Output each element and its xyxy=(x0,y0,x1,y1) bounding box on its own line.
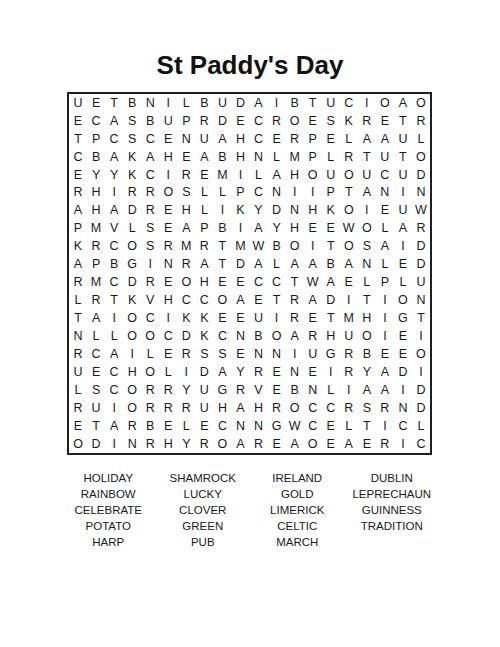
grid-cell-r10c18[interactable]: L xyxy=(376,256,394,274)
grid-cell-r14c13[interactable]: A xyxy=(286,327,304,345)
grid-cell-r14c5[interactable]: O xyxy=(141,327,159,345)
grid-cell-r13c15[interactable]: T xyxy=(322,309,340,327)
grid-cell-r17c5[interactable]: R xyxy=(141,381,159,399)
grid-cell-r10c16[interactable]: A xyxy=(340,256,358,274)
grid-cell-r6c14[interactable]: I xyxy=(304,184,322,202)
grid-cell-r7c16[interactable]: O xyxy=(340,202,358,220)
grid-cell-r11c9[interactable]: E xyxy=(213,274,231,292)
grid-cell-r4c11[interactable]: N xyxy=(249,148,267,166)
grid-cell-r11c7[interactable]: O xyxy=(177,274,195,292)
grid-cell-r11c2[interactable]: M xyxy=(87,274,105,292)
grid-cell-r5c12[interactable]: A xyxy=(268,166,286,184)
grid-cell-r6c1[interactable]: R xyxy=(69,184,87,202)
grid-cell-r9c11[interactable]: W xyxy=(249,238,267,256)
grid-cell-r1c7[interactable]: L xyxy=(177,94,195,112)
grid-cell-r2c13[interactable]: O xyxy=(286,112,304,130)
grid-cell-r6c8[interactable]: L xyxy=(195,184,213,202)
grid-cell-r11c12[interactable]: C xyxy=(268,274,286,292)
grid-cell-r5c3[interactable]: Y xyxy=(105,166,123,184)
grid-cell-r6c9[interactable]: L xyxy=(213,184,231,202)
grid-cell-r12c20[interactable]: N xyxy=(412,291,430,309)
grid-cell-r5c7[interactable]: R xyxy=(177,166,195,184)
grid-cell-r7c3[interactable]: A xyxy=(105,202,123,220)
grid-cell-r10c15[interactable]: B xyxy=(322,256,340,274)
grid-cell-r9c18[interactable]: A xyxy=(376,238,394,256)
grid-cell-r6c3[interactable]: I xyxy=(105,184,123,202)
grid-cell-r12c10[interactable]: A xyxy=(231,291,249,309)
grid-cell-r13c18[interactable]: I xyxy=(376,309,394,327)
grid-cell-r17c10[interactable]: R xyxy=(231,381,249,399)
grid-cell-r8c1[interactable]: P xyxy=(69,220,87,238)
grid-cell-r8c11[interactable]: A xyxy=(249,220,267,238)
grid-cell-r17c13[interactable]: B xyxy=(286,381,304,399)
grid-cell-r1c1[interactable]: U xyxy=(69,94,87,112)
grid-cell-r9c7[interactable]: M xyxy=(177,238,195,256)
grid-cell-r12c9[interactable]: O xyxy=(213,291,231,309)
grid-cell-r16c15[interactable]: I xyxy=(322,363,340,381)
grid-cell-r14c11[interactable]: B xyxy=(249,327,267,345)
grid-cell-r17c7[interactable]: Y xyxy=(177,381,195,399)
grid-cell-r16c2[interactable]: E xyxy=(87,363,105,381)
grid-cell-r20c11[interactable]: R xyxy=(249,435,267,453)
grid-cell-r4c9[interactable]: B xyxy=(213,148,231,166)
grid-cell-r19c9[interactable]: C xyxy=(213,417,231,435)
grid-cell-r15c19[interactable]: E xyxy=(394,345,412,363)
grid-cell-r6c15[interactable]: P xyxy=(322,184,340,202)
grid-cell-r8c12[interactable]: Y xyxy=(268,220,286,238)
grid-cell-r1c18[interactable]: O xyxy=(376,94,394,112)
grid-cell-r2c19[interactable]: T xyxy=(394,112,412,130)
grid-cell-r5c13[interactable]: H xyxy=(286,166,304,184)
grid-cell-r4c17[interactable]: T xyxy=(358,148,376,166)
grid-cell-r6c20[interactable]: N xyxy=(412,184,430,202)
grid-cell-r7c15[interactable]: K xyxy=(322,202,340,220)
grid-cell-r5c9[interactable]: M xyxy=(213,166,231,184)
grid-cell-r12c16[interactable]: I xyxy=(340,291,358,309)
grid-cell-r10c10[interactable]: D xyxy=(231,256,249,274)
grid-cell-r15c20[interactable]: O xyxy=(412,345,430,363)
grid-cell-r11c16[interactable]: E xyxy=(340,274,358,292)
grid-cell-r3c5[interactable]: C xyxy=(141,130,159,148)
grid-cell-r5c14[interactable]: O xyxy=(304,166,322,184)
grid-cell-r18c20[interactable]: D xyxy=(412,399,430,417)
grid-cell-r5c4[interactable]: K xyxy=(123,166,141,184)
grid-cell-r9c10[interactable]: M xyxy=(231,238,249,256)
grid-cell-r18c16[interactable]: R xyxy=(340,399,358,417)
grid-cell-r1c5[interactable]: N xyxy=(141,94,159,112)
grid-cell-r4c8[interactable]: A xyxy=(195,148,213,166)
grid-cell-r7c17[interactable]: I xyxy=(358,202,376,220)
grid-cell-r4c14[interactable]: P xyxy=(304,148,322,166)
grid-cell-r19c14[interactable]: C xyxy=(304,417,322,435)
grid-cell-r3c20[interactable]: L xyxy=(412,130,430,148)
grid-cell-r6c5[interactable]: R xyxy=(141,184,159,202)
grid-cell-r16c14[interactable]: E xyxy=(304,363,322,381)
grid-cell-r20c20[interactable]: C xyxy=(412,435,430,453)
grid-cell-r11c6[interactable]: E xyxy=(159,274,177,292)
grid-cell-r3c2[interactable]: P xyxy=(87,130,105,148)
grid-cell-r14c12[interactable]: O xyxy=(268,327,286,345)
grid-cell-r9c9[interactable]: T xyxy=(213,238,231,256)
grid-cell-r11c8[interactable]: H xyxy=(195,274,213,292)
grid-cell-r15c14[interactable]: U xyxy=(304,345,322,363)
grid-cell-r14c16[interactable]: U xyxy=(340,327,358,345)
grid-cell-r4c3[interactable]: A xyxy=(105,148,123,166)
grid-cell-r20c7[interactable]: Y xyxy=(177,435,195,453)
grid-cell-r20c2[interactable]: D xyxy=(87,435,105,453)
grid-cell-r19c19[interactable]: C xyxy=(394,417,412,435)
grid-cell-r8c18[interactable]: L xyxy=(376,220,394,238)
grid-cell-r8c3[interactable]: V xyxy=(105,220,123,238)
grid-cell-r17c12[interactable]: E xyxy=(268,381,286,399)
grid-cell-r19c3[interactable]: A xyxy=(105,417,123,435)
grid-cell-r6c2[interactable]: H xyxy=(87,184,105,202)
grid-cell-r2c11[interactable]: C xyxy=(249,112,267,130)
grid-cell-r7c10[interactable]: K xyxy=(231,202,249,220)
grid-cell-r17c16[interactable]: I xyxy=(340,381,358,399)
grid-cell-r8c16[interactable]: W xyxy=(340,220,358,238)
grid-cell-r20c16[interactable]: A xyxy=(340,435,358,453)
grid-cell-r13c16[interactable]: M xyxy=(340,309,358,327)
grid-cell-r2c1[interactable]: E xyxy=(69,112,87,130)
grid-cell-r5c5[interactable]: C xyxy=(141,166,159,184)
grid-cell-r20c14[interactable]: O xyxy=(304,435,322,453)
grid-cell-r16c19[interactable]: D xyxy=(394,363,412,381)
grid-cell-r16c17[interactable]: Y xyxy=(358,363,376,381)
grid-cell-r8c15[interactable]: E xyxy=(322,220,340,238)
grid-cell-r20c19[interactable]: I xyxy=(394,435,412,453)
grid-cell-r14c19[interactable]: E xyxy=(394,327,412,345)
grid-cell-r10c7[interactable]: R xyxy=(177,256,195,274)
grid-cell-r20c9[interactable]: O xyxy=(213,435,231,453)
grid-cell-r3c4[interactable]: S xyxy=(123,130,141,148)
grid-cell-r14c15[interactable]: H xyxy=(322,327,340,345)
grid-cell-r2c17[interactable]: R xyxy=(358,112,376,130)
grid-cell-r9c15[interactable]: T xyxy=(322,238,340,256)
grid-cell-r10c11[interactable]: A xyxy=(249,256,267,274)
grid-cell-r5c18[interactable]: C xyxy=(376,166,394,184)
grid-cell-r7c4[interactable]: D xyxy=(123,202,141,220)
grid-cell-r8c13[interactable]: H xyxy=(286,220,304,238)
grid-cell-r18c17[interactable]: S xyxy=(358,399,376,417)
grid-cell-r14c17[interactable]: O xyxy=(358,327,376,345)
grid-cell-r17c18[interactable]: A xyxy=(376,381,394,399)
grid-cell-r11c11[interactable]: C xyxy=(249,274,267,292)
grid-cell-r12c11[interactable]: E xyxy=(249,291,267,309)
grid-cell-r17c4[interactable]: O xyxy=(123,381,141,399)
grid-cell-r15c11[interactable]: N xyxy=(249,345,267,363)
grid-cell-r13c10[interactable]: E xyxy=(231,309,249,327)
grid-cell-r12c8[interactable]: C xyxy=(195,291,213,309)
grid-cell-r7c9[interactable]: I xyxy=(213,202,231,220)
grid-cell-r8c20[interactable]: R xyxy=(412,220,430,238)
grid-cell-r12c1[interactable]: L xyxy=(69,291,87,309)
grid-cell-r1c3[interactable]: T xyxy=(105,94,123,112)
grid-cell-r7c20[interactable]: W xyxy=(412,202,430,220)
grid-cell-r16c13[interactable]: N xyxy=(286,363,304,381)
grid-cell-r19c8[interactable]: E xyxy=(195,417,213,435)
grid-cell-r1c6[interactable]: I xyxy=(159,94,177,112)
grid-cell-r9c17[interactable]: S xyxy=(358,238,376,256)
grid-cell-r17c6[interactable]: R xyxy=(159,381,177,399)
grid-cell-r1c8[interactable]: B xyxy=(195,94,213,112)
grid-cell-r11c20[interactable]: U xyxy=(412,274,430,292)
grid-cell-r18c7[interactable]: R xyxy=(177,399,195,417)
grid-cell-r16c4[interactable]: H xyxy=(123,363,141,381)
grid-cell-r8c7[interactable]: A xyxy=(177,220,195,238)
grid-cell-r2c2[interactable]: C xyxy=(87,112,105,130)
grid-cell-r17c8[interactable]: U xyxy=(195,381,213,399)
grid-cell-r8c5[interactable]: S xyxy=(141,220,159,238)
grid-cell-r6c10[interactable]: P xyxy=(231,184,249,202)
grid-cell-r17c19[interactable]: I xyxy=(394,381,412,399)
grid-cell-r11c5[interactable]: R xyxy=(141,274,159,292)
grid-cell-r7c14[interactable]: H xyxy=(304,202,322,220)
grid-cell-r11c15[interactable]: A xyxy=(322,274,340,292)
grid-cell-r3c12[interactable]: E xyxy=(268,130,286,148)
grid-cell-r19c5[interactable]: B xyxy=(141,417,159,435)
grid-cell-r17c11[interactable]: V xyxy=(249,381,267,399)
grid-cell-r13c11[interactable]: U xyxy=(249,309,267,327)
grid-cell-r11c3[interactable]: C xyxy=(105,274,123,292)
grid-cell-r2c12[interactable]: R xyxy=(268,112,286,130)
grid-cell-r19c11[interactable]: N xyxy=(249,417,267,435)
grid-cell-r3c6[interactable]: E xyxy=(159,130,177,148)
grid-cell-r4c7[interactable]: E xyxy=(177,148,195,166)
grid-cell-r13c2[interactable]: A xyxy=(87,309,105,327)
grid-cell-r14c20[interactable]: I xyxy=(412,327,430,345)
grid-cell-r4c19[interactable]: T xyxy=(394,148,412,166)
grid-cell-r13c8[interactable]: K xyxy=(195,309,213,327)
grid-cell-r12c15[interactable]: D xyxy=(322,291,340,309)
grid-cell-r9c12[interactable]: B xyxy=(268,238,286,256)
grid-cell-r9c5[interactable]: S xyxy=(141,238,159,256)
grid-cell-r12c17[interactable]: T xyxy=(358,291,376,309)
grid-cell-r9c6[interactable]: R xyxy=(159,238,177,256)
grid-cell-r13c6[interactable]: I xyxy=(159,309,177,327)
grid-cell-r3c16[interactable]: L xyxy=(340,130,358,148)
grid-cell-r10c4[interactable]: G xyxy=(123,256,141,274)
grid-cell-r1c4[interactable]: B xyxy=(123,94,141,112)
grid-cell-r6c11[interactable]: C xyxy=(249,184,267,202)
grid-cell-r9c3[interactable]: C xyxy=(105,238,123,256)
grid-cell-r16c18[interactable]: A xyxy=(376,363,394,381)
grid-cell-r16c12[interactable]: E xyxy=(268,363,286,381)
grid-cell-r12c5[interactable]: V xyxy=(141,291,159,309)
grid-cell-r10c6[interactable]: N xyxy=(159,256,177,274)
grid-cell-r17c15[interactable]: L xyxy=(322,381,340,399)
grid-cell-r18c11[interactable]: H xyxy=(249,399,267,417)
grid-cell-r6c13[interactable]: I xyxy=(286,184,304,202)
grid-cell-r14c3[interactable]: L xyxy=(105,327,123,345)
grid-cell-r7c5[interactable]: R xyxy=(141,202,159,220)
grid-cell-r14c18[interactable]: I xyxy=(376,327,394,345)
grid-cell-r11c4[interactable]: D xyxy=(123,274,141,292)
grid-cell-r18c19[interactable]: N xyxy=(394,399,412,417)
grid-cell-r19c1[interactable]: E xyxy=(69,417,87,435)
grid-cell-r10c2[interactable]: P xyxy=(87,256,105,274)
grid-cell-r15c15[interactable]: G xyxy=(322,345,340,363)
grid-cell-r17c3[interactable]: C xyxy=(105,381,123,399)
grid-cell-r9c13[interactable]: O xyxy=(286,238,304,256)
grid-cell-r8c8[interactable]: P xyxy=(195,220,213,238)
grid-cell-r5c11[interactable]: L xyxy=(249,166,267,184)
grid-cell-r2c20[interactable]: R xyxy=(412,112,430,130)
grid-cell-r9c2[interactable]: R xyxy=(87,238,105,256)
grid-cell-r10c1[interactable]: A xyxy=(69,256,87,274)
grid-cell-r15c10[interactable]: E xyxy=(231,345,249,363)
grid-cell-r6c19[interactable]: I xyxy=(394,184,412,202)
grid-cell-r11c19[interactable]: L xyxy=(394,274,412,292)
grid-cell-r7c8[interactable]: L xyxy=(195,202,213,220)
grid-cell-r20c13[interactable]: A xyxy=(286,435,304,453)
grid-cell-r11c10[interactable]: E xyxy=(231,274,249,292)
grid-cell-r12c18[interactable]: I xyxy=(376,291,394,309)
grid-cell-r16c20[interactable]: I xyxy=(412,363,430,381)
grid-cell-r10c12[interactable]: L xyxy=(268,256,286,274)
grid-cell-r7c6[interactable]: E xyxy=(159,202,177,220)
grid-cell-r4c6[interactable]: H xyxy=(159,148,177,166)
grid-cell-r13c19[interactable]: G xyxy=(394,309,412,327)
grid-cell-r4c10[interactable]: H xyxy=(231,148,249,166)
grid-cell-r15c9[interactable]: S xyxy=(213,345,231,363)
grid-cell-r14c2[interactable]: L xyxy=(87,327,105,345)
grid-cell-r12c12[interactable]: T xyxy=(268,291,286,309)
grid-cell-r4c2[interactable]: B xyxy=(87,148,105,166)
grid-cell-r13c12[interactable]: I xyxy=(268,309,286,327)
grid-cell-r12c6[interactable]: H xyxy=(159,291,177,309)
grid-cell-r13c13[interactable]: R xyxy=(286,309,304,327)
grid-cell-r1c10[interactable]: D xyxy=(231,94,249,112)
grid-cell-r16c8[interactable]: D xyxy=(195,363,213,381)
grid-cell-r10c8[interactable]: A xyxy=(195,256,213,274)
grid-cell-r18c5[interactable]: R xyxy=(141,399,159,417)
grid-cell-r1c14[interactable]: T xyxy=(304,94,322,112)
grid-cell-r18c2[interactable]: U xyxy=(87,399,105,417)
grid-cell-r2c16[interactable]: K xyxy=(340,112,358,130)
grid-cell-r3c7[interactable]: N xyxy=(177,130,195,148)
grid-cell-r13c17[interactable]: H xyxy=(358,309,376,327)
grid-cell-r20c10[interactable]: A xyxy=(231,435,249,453)
grid-cell-r7c2[interactable]: H xyxy=(87,202,105,220)
grid-cell-r14c8[interactable]: K xyxy=(195,327,213,345)
grid-cell-r20c12[interactable]: E xyxy=(268,435,286,453)
grid-cell-r15c2[interactable]: C xyxy=(87,345,105,363)
grid-cell-r3c9[interactable]: A xyxy=(213,130,231,148)
grid-cell-r4c15[interactable]: L xyxy=(322,148,340,166)
grid-cell-r18c14[interactable]: C xyxy=(304,399,322,417)
grid-cell-r14c10[interactable]: N xyxy=(231,327,249,345)
grid-cell-r20c5[interactable]: R xyxy=(141,435,159,453)
grid-cell-r19c16[interactable]: L xyxy=(340,417,358,435)
grid-cell-r19c20[interactable]: L xyxy=(412,417,430,435)
grid-cell-r9c20[interactable]: D xyxy=(412,238,430,256)
grid-cell-r15c13[interactable]: I xyxy=(286,345,304,363)
grid-cell-r10c3[interactable]: B xyxy=(105,256,123,274)
grid-cell-r5c8[interactable]: E xyxy=(195,166,213,184)
grid-cell-r4c13[interactable]: M xyxy=(286,148,304,166)
grid-cell-r5c2[interactable]: Y xyxy=(87,166,105,184)
grid-cell-r7c11[interactable]: Y xyxy=(249,202,267,220)
grid-cell-r18c1[interactable]: R xyxy=(69,399,87,417)
grid-cell-r18c8[interactable]: U xyxy=(195,399,213,417)
grid-cell-r8c14[interactable]: E xyxy=(304,220,322,238)
grid-cell-r3c13[interactable]: R xyxy=(286,130,304,148)
grid-cell-r8c19[interactable]: A xyxy=(394,220,412,238)
grid-cell-r16c6[interactable]: L xyxy=(159,363,177,381)
grid-cell-r20c15[interactable]: E xyxy=(322,435,340,453)
grid-cell-r20c8[interactable]: R xyxy=(195,435,213,453)
grid-cell-r3c18[interactable]: A xyxy=(376,130,394,148)
grid-cell-r3c1[interactable]: T xyxy=(69,130,87,148)
grid-cell-r19c18[interactable]: I xyxy=(376,417,394,435)
grid-cell-r14c7[interactable]: D xyxy=(177,327,195,345)
grid-cell-r5c19[interactable]: U xyxy=(394,166,412,184)
grid-cell-r8c9[interactable]: B xyxy=(213,220,231,238)
grid-cell-r18c15[interactable]: C xyxy=(322,399,340,417)
grid-cell-r4c5[interactable]: A xyxy=(141,148,159,166)
grid-cell-r9c4[interactable]: O xyxy=(123,238,141,256)
grid-cell-r20c18[interactable]: R xyxy=(376,435,394,453)
grid-cell-r13c4[interactable]: O xyxy=(123,309,141,327)
grid-cell-r20c4[interactable]: N xyxy=(123,435,141,453)
grid-cell-r20c1[interactable]: O xyxy=(69,435,87,453)
grid-cell-r5c1[interactable]: E xyxy=(69,166,87,184)
grid-cell-r10c14[interactable]: A xyxy=(304,256,322,274)
grid-cell-r7c12[interactable]: D xyxy=(268,202,286,220)
grid-cell-r19c15[interactable]: E xyxy=(322,417,340,435)
grid-cell-r19c12[interactable]: G xyxy=(268,417,286,435)
grid-cell-r6c12[interactable]: N xyxy=(268,184,286,202)
grid-cell-r17c9[interactable]: G xyxy=(213,381,231,399)
grid-cell-r18c18[interactable]: R xyxy=(376,399,394,417)
grid-cell-r1c11[interactable]: A xyxy=(249,94,267,112)
grid-cell-r15c1[interactable]: R xyxy=(69,345,87,363)
grid-cell-r19c2[interactable]: T xyxy=(87,417,105,435)
grid-cell-r17c17[interactable]: A xyxy=(358,381,376,399)
grid-cell-r13c7[interactable]: K xyxy=(177,309,195,327)
grid-cell-r2c7[interactable]: P xyxy=(177,112,195,130)
grid-cell-r7c18[interactable]: E xyxy=(376,202,394,220)
grid-cell-r14c9[interactable]: C xyxy=(213,327,231,345)
grid-cell-r17c1[interactable]: L xyxy=(69,381,87,399)
grid-cell-r3c15[interactable]: E xyxy=(322,130,340,148)
grid-cell-r19c13[interactable]: W xyxy=(286,417,304,435)
grid-cell-r13c5[interactable]: C xyxy=(141,309,159,327)
grid-cell-r13c1[interactable]: T xyxy=(69,309,87,327)
grid-cell-r4c4[interactable]: K xyxy=(123,148,141,166)
grid-cell-r11c13[interactable]: T xyxy=(286,274,304,292)
grid-cell-r19c6[interactable]: E xyxy=(159,417,177,435)
grid-cell-r16c7[interactable]: I xyxy=(177,363,195,381)
grid-cell-r3c17[interactable]: A xyxy=(358,130,376,148)
grid-cell-r2c15[interactable]: S xyxy=(322,112,340,130)
grid-cell-r20c17[interactable]: E xyxy=(358,435,376,453)
grid-cell-r10c20[interactable]: D xyxy=(412,256,430,274)
grid-cell-r9c16[interactable]: O xyxy=(340,238,358,256)
grid-cell-r11c17[interactable]: L xyxy=(358,274,376,292)
grid-cell-r1c2[interactable]: E xyxy=(87,94,105,112)
grid-cell-r2c9[interactable]: D xyxy=(213,112,231,130)
grid-cell-r14c1[interactable]: N xyxy=(69,327,87,345)
grid-cell-r2c6[interactable]: U xyxy=(159,112,177,130)
grid-cell-r7c1[interactable]: A xyxy=(69,202,87,220)
grid-cell-r10c9[interactable]: T xyxy=(213,256,231,274)
grid-cell-r3c14[interactable]: P xyxy=(304,130,322,148)
grid-cell-r5c10[interactable]: I xyxy=(231,166,249,184)
grid-cell-r12c13[interactable]: R xyxy=(286,291,304,309)
grid-cell-r16c3[interactable]: C xyxy=(105,363,123,381)
